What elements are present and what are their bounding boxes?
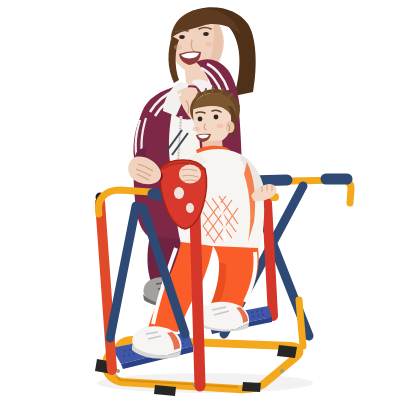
child-left-eye bbox=[198, 117, 203, 122]
handlebar-hole-2 bbox=[186, 203, 194, 213]
woman-left-eye bbox=[179, 35, 185, 39]
product-photo bbox=[0, 0, 400, 400]
handlebar-post bbox=[195, 214, 200, 386]
handlebar-hole-1 bbox=[174, 187, 184, 199]
child-left-fist bbox=[179, 165, 201, 184]
child-right-eye bbox=[214, 115, 219, 120]
child-blush-left bbox=[193, 127, 200, 131]
right-yellow-upright bbox=[299, 300, 303, 346]
base-foot-right-rear bbox=[277, 345, 297, 358]
woman-blush-left bbox=[174, 44, 182, 49]
base-screw-2 bbox=[280, 369, 284, 373]
woman-blush-right bbox=[206, 42, 213, 47]
child-blush-right bbox=[217, 124, 224, 128]
base-foot-right-front bbox=[242, 382, 261, 392]
woman-right-eye bbox=[203, 32, 209, 36]
right-red-post bbox=[267, 203, 273, 316]
